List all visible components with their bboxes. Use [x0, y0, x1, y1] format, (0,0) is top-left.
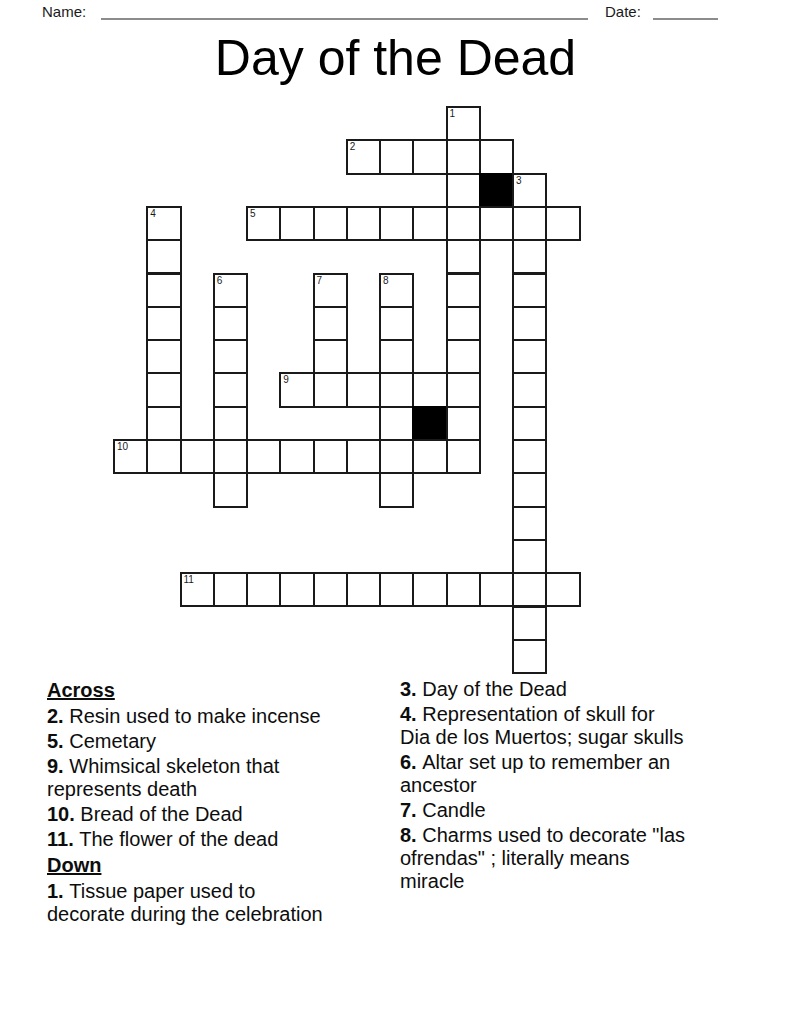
- cell-r5c10[interactable]: [446, 273, 481, 308]
- cell-r10c4[interactable]: [246, 439, 281, 474]
- puzzle-title: Day of the Dead: [0, 30, 791, 88]
- cell-r14c3[interactable]: [213, 572, 248, 607]
- date-blank-line: [653, 3, 718, 20]
- cell-number-1: 1: [450, 108, 456, 120]
- cell-r11c12[interactable]: [512, 472, 547, 507]
- cell-r8c3[interactable]: [213, 372, 248, 407]
- cell-r1c10[interactable]: [446, 139, 481, 174]
- clue-7: 7. Candle: [400, 799, 688, 822]
- black-cell-r2c11: [479, 173, 514, 208]
- cell-r14c6[interactable]: [313, 572, 348, 607]
- clue-5: 5. Cemetary: [47, 730, 333, 753]
- cell-number-2: 2: [350, 141, 356, 153]
- name-label: Name:: [42, 3, 86, 20]
- cell-r2c12[interactable]: 3: [512, 173, 547, 208]
- cell-r5c6[interactable]: 7: [313, 273, 348, 308]
- cell-r10c1[interactable]: [146, 439, 181, 474]
- cell-r15c12[interactable]: [512, 606, 547, 641]
- cell-r4c1[interactable]: [146, 239, 181, 274]
- cell-r3c6[interactable]: [313, 206, 348, 241]
- clues-left-column: Across 2. Resin used to make incense5. C…: [47, 678, 333, 928]
- clue-number: 11.: [47, 828, 79, 850]
- cell-r4c10[interactable]: [446, 239, 481, 274]
- clue-number: 9.: [47, 755, 69, 777]
- cell-r10c5[interactable]: [279, 439, 314, 474]
- cell-r2c10[interactable]: [446, 173, 481, 208]
- clue-6: 6. Altar set up to remember an ancestor: [400, 751, 688, 797]
- cell-r8c7[interactable]: [346, 372, 381, 407]
- cell-number-8: 8: [383, 275, 389, 287]
- clues-right-column: 3. Day of the Dead4. Representation of s…: [400, 678, 688, 895]
- cell-r14c10[interactable]: [446, 572, 481, 607]
- clue-4: 4. Representation of skull for Dia de lo…: [400, 703, 688, 749]
- cell-r8c8[interactable]: [379, 372, 414, 407]
- cell-r7c1[interactable]: [146, 339, 181, 374]
- worksheet-page: { "game": "crossword", "title": "Day of …: [0, 0, 791, 1024]
- cell-r10c12[interactable]: [512, 439, 547, 474]
- down-clues-list-right: 3. Day of the Dead4. Representation of s…: [400, 678, 688, 893]
- cell-r10c2[interactable]: [180, 439, 215, 474]
- clue-9: 9. Whimsical skeleton that represents de…: [47, 755, 333, 801]
- clue-number: 6.: [400, 751, 422, 773]
- cell-r3c10[interactable]: [446, 206, 481, 241]
- cell-r9c10[interactable]: [446, 406, 481, 441]
- cell-r6c1[interactable]: [146, 306, 181, 341]
- clue-2: 2. Resin used to make incense: [47, 705, 333, 728]
- clue-10: 10. Bread of the Dead: [47, 803, 333, 826]
- cell-r8c6[interactable]: [313, 372, 348, 407]
- cell-r0c10[interactable]: 1: [446, 106, 481, 141]
- cell-r6c12[interactable]: [512, 306, 547, 341]
- clue-number: 2.: [47, 705, 69, 727]
- cell-r14c2[interactable]: 11: [180, 572, 215, 607]
- cell-r1c11[interactable]: [479, 139, 514, 174]
- cell-r12c12[interactable]: [512, 506, 547, 541]
- across-clues-list: 2. Resin used to make incense5. Cemetary…: [47, 705, 333, 851]
- cell-r8c9[interactable]: [412, 372, 447, 407]
- clue-number: 7.: [400, 799, 422, 821]
- cell-r4c12[interactable]: [512, 239, 547, 274]
- cell-r10c0[interactable]: 10: [113, 439, 148, 474]
- cell-r14c12[interactable]: [512, 572, 547, 607]
- cell-r7c12[interactable]: [512, 339, 547, 374]
- cell-number-7: 7: [317, 275, 323, 287]
- cell-r5c1[interactable]: [146, 273, 181, 308]
- cell-r8c1[interactable]: [146, 372, 181, 407]
- cell-r16c12[interactable]: [512, 639, 547, 674]
- cell-r1c8[interactable]: [379, 139, 414, 174]
- cell-r5c12[interactable]: [512, 273, 547, 308]
- cell-number-5: 5: [250, 208, 256, 220]
- cell-r14c4[interactable]: [246, 572, 281, 607]
- cell-r5c3[interactable]: 6: [213, 273, 248, 308]
- cell-r6c3[interactable]: [213, 306, 248, 341]
- cell-r3c8[interactable]: [379, 206, 414, 241]
- cell-r5c8[interactable]: 8: [379, 273, 414, 308]
- cell-r8c12[interactable]: [512, 372, 547, 407]
- clue-number: 3.: [400, 678, 422, 700]
- cell-number-6: 6: [217, 275, 223, 287]
- clue-1: 1. Tissue paper used to decorate during …: [47, 880, 333, 926]
- cell-r14c13[interactable]: [545, 572, 580, 607]
- cell-r9c3[interactable]: [213, 406, 248, 441]
- clue-number: 4.: [400, 703, 422, 725]
- cell-r10c3[interactable]: [213, 439, 248, 474]
- cell-number-11: 11: [184, 574, 194, 586]
- cell-r1c9[interactable]: [412, 139, 447, 174]
- cell-r3c11[interactable]: [479, 206, 514, 241]
- clue-number: 10.: [47, 803, 80, 825]
- cell-r6c6[interactable]: [313, 306, 348, 341]
- cell-r6c8[interactable]: [379, 306, 414, 341]
- cell-r8c10[interactable]: [446, 372, 481, 407]
- cell-r3c4[interactable]: 5: [246, 206, 281, 241]
- cell-r3c5[interactable]: [279, 206, 314, 241]
- cell-r14c7[interactable]: [346, 572, 381, 607]
- clue-number: 8.: [400, 824, 422, 846]
- cell-r7c10[interactable]: [446, 339, 481, 374]
- clue-number: 5.: [47, 730, 69, 752]
- cell-r10c8[interactable]: [379, 439, 414, 474]
- cell-r13c12[interactable]: [512, 539, 547, 574]
- cell-r9c12[interactable]: [512, 406, 547, 441]
- cell-r1c7[interactable]: 2: [346, 139, 381, 174]
- cell-number-9: 9: [283, 374, 289, 386]
- cell-r3c12[interactable]: [512, 206, 547, 241]
- cell-r3c13[interactable]: [545, 206, 580, 241]
- across-heading: Across: [47, 678, 333, 702]
- cell-r10c10[interactable]: [446, 439, 481, 474]
- cell-r10c7[interactable]: [346, 439, 381, 474]
- cell-r3c1[interactable]: 4: [146, 206, 181, 241]
- cell-r7c6[interactable]: [313, 339, 348, 374]
- cell-r3c7[interactable]: [346, 206, 381, 241]
- name-blank-line: [101, 3, 588, 20]
- crossword-grid: 1234567891011: [113, 106, 581, 674]
- date-label: Date:: [605, 3, 641, 20]
- clue-11: 11. The flower of the dead: [47, 828, 333, 851]
- cell-r14c11[interactable]: [479, 572, 514, 607]
- clue-number: 1.: [47, 880, 69, 902]
- cell-r10c6[interactable]: [313, 439, 348, 474]
- clue-3: 3. Day of the Dead: [400, 678, 688, 701]
- cell-r3c9[interactable]: [412, 206, 447, 241]
- clue-8: 8. Charms used to decorate "las ofrendas…: [400, 824, 688, 893]
- cell-r11c3[interactable]: [213, 472, 248, 507]
- cell-r11c8[interactable]: [379, 472, 414, 507]
- cell-r6c10[interactable]: [446, 306, 481, 341]
- cell-r14c5[interactable]: [279, 572, 314, 607]
- cell-number-4: 4: [150, 208, 156, 220]
- cell-number-10: 10: [117, 441, 128, 453]
- cell-r8c5[interactable]: 9: [279, 372, 314, 407]
- cell-r10c9[interactable]: [412, 439, 447, 474]
- cell-r7c3[interactable]: [213, 339, 248, 374]
- cell-r7c8[interactable]: [379, 339, 414, 374]
- down-clues-list-left: 1. Tissue paper used to decorate during …: [47, 880, 333, 926]
- cell-r9c1[interactable]: [146, 406, 181, 441]
- down-heading: Down: [47, 853, 333, 877]
- black-cell-r9c9: [412, 406, 447, 441]
- cell-r14c8[interactable]: [379, 572, 414, 607]
- cell-number-3: 3: [516, 175, 522, 187]
- cell-r9c8[interactable]: [379, 406, 414, 441]
- cell-r14c9[interactable]: [412, 572, 447, 607]
